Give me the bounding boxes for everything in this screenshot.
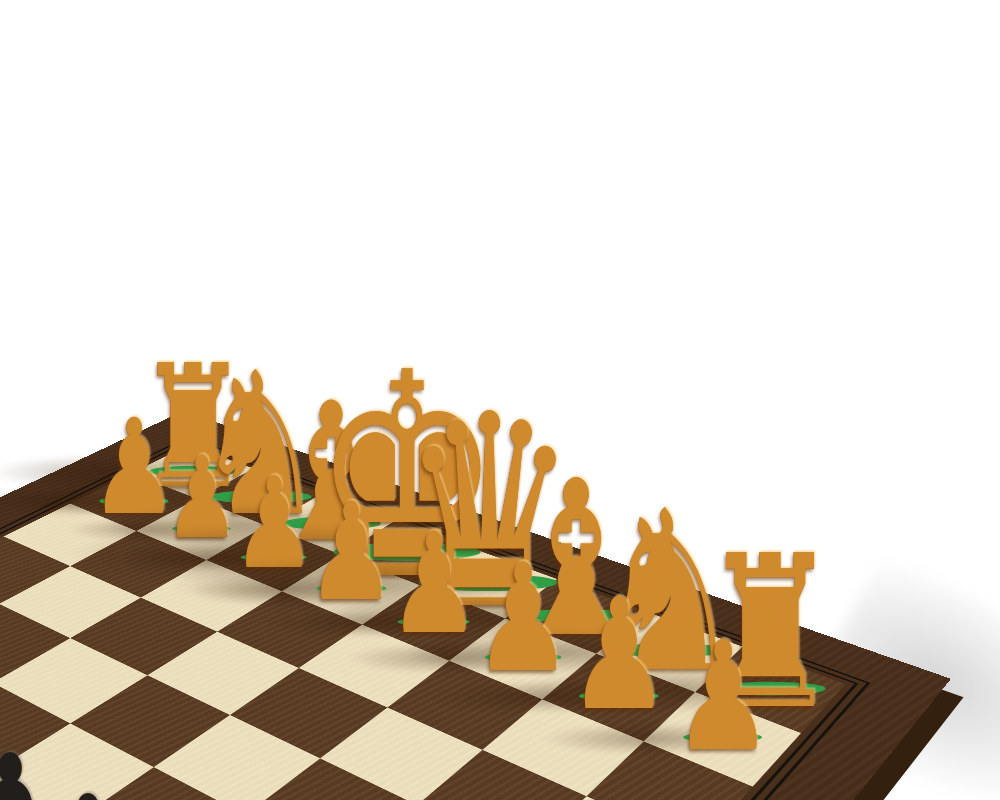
piece-white-pawn-a2[interactable]: ♟	[655, 622, 790, 773]
photo-stage: ♜♞♟♝♟♚♟♛♟♝♟♞♟♜♟♟♟♟	[0, 0, 1000, 800]
pawn-icon: ♟	[27, 772, 150, 800]
pawn-icon: ♟	[672, 622, 772, 773]
piece-black-pawn-f7[interactable]: ♟	[5, 772, 171, 800]
